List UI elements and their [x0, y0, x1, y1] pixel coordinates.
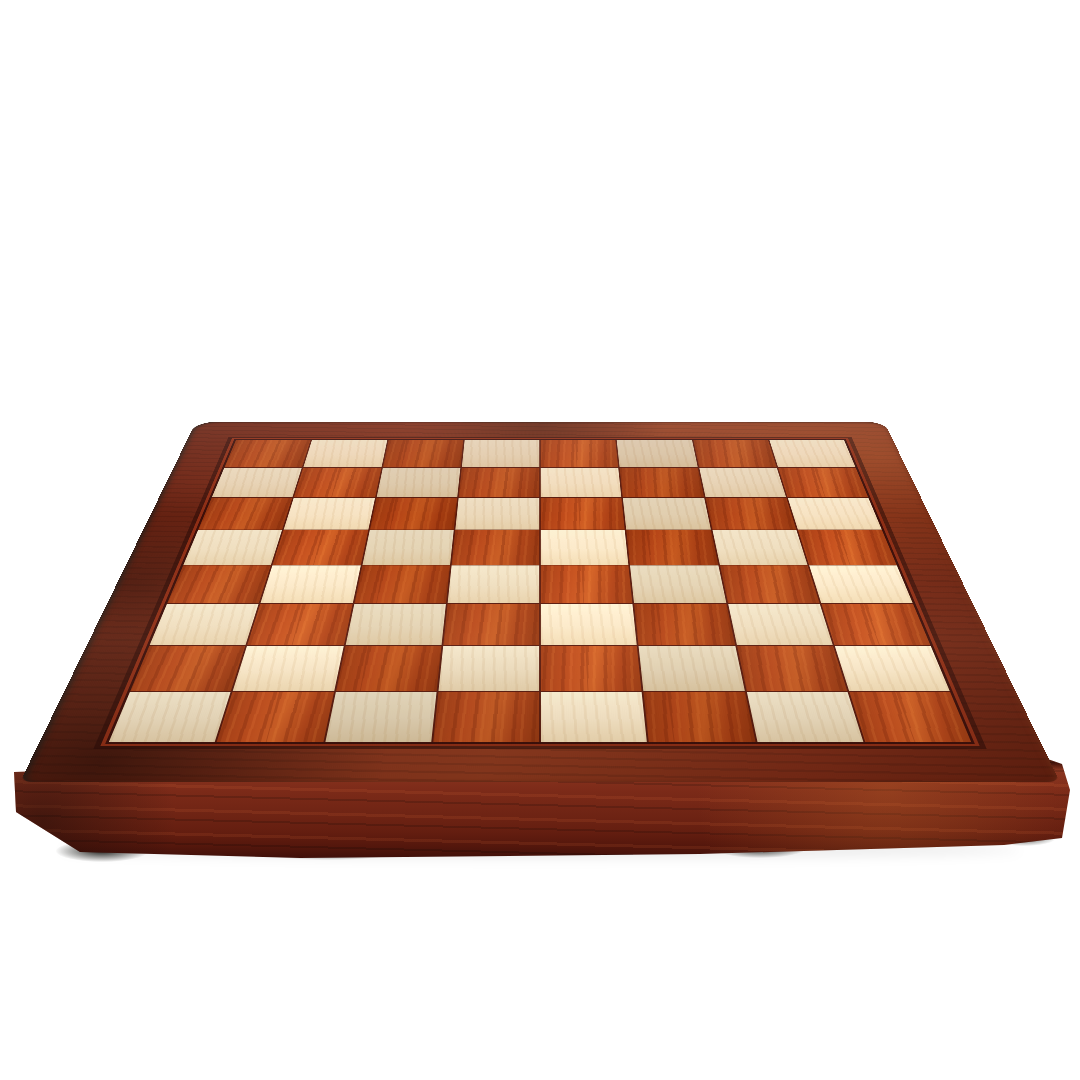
board-square [626, 530, 717, 565]
board-square [693, 440, 776, 467]
board-square [644, 692, 755, 742]
board-square [634, 604, 734, 645]
board-square [455, 498, 539, 530]
board-square [433, 692, 539, 742]
board-square [728, 604, 833, 645]
board-square [541, 530, 629, 565]
board-square [212, 468, 302, 497]
board-square [541, 498, 625, 530]
board-square [746, 692, 863, 742]
board-square [370, 498, 457, 530]
board-square [304, 440, 387, 467]
board-square [345, 604, 445, 645]
board-squares [109, 440, 972, 742]
board-square [712, 530, 807, 565]
board-square [623, 498, 710, 530]
board-square [462, 440, 540, 467]
board-square [835, 646, 950, 691]
board-square [639, 646, 745, 691]
board-square [705, 498, 796, 530]
board-square [541, 468, 622, 497]
board-square [109, 692, 231, 742]
board-square [183, 530, 282, 565]
board-square [798, 530, 897, 565]
board-square [737, 646, 847, 691]
board-square [336, 646, 442, 691]
board-square [325, 692, 436, 742]
board-square [769, 440, 855, 467]
board-square [541, 604, 637, 645]
board-square [541, 565, 633, 603]
board-square [630, 565, 726, 603]
board-square [617, 440, 698, 467]
board-square [620, 468, 704, 497]
board-square [261, 565, 361, 603]
board-square [438, 646, 539, 691]
board-square [809, 565, 913, 603]
board-square [362, 530, 453, 565]
board-square [294, 468, 381, 497]
board-square [720, 565, 820, 603]
board-square [198, 498, 292, 530]
board-square [233, 646, 343, 691]
board-square [443, 604, 539, 645]
product-photo-scene [0, 0, 1080, 1080]
chess-board [20, 422, 1060, 782]
board-square [459, 468, 540, 497]
board-square [447, 565, 539, 603]
board-square [376, 468, 460, 497]
board-square [150, 604, 259, 645]
board-square [778, 468, 868, 497]
board-square [273, 530, 368, 565]
board-square [541, 440, 619, 467]
board-square [849, 692, 971, 742]
board-square [788, 498, 882, 530]
board-square [821, 604, 930, 645]
board-square [383, 440, 464, 467]
board-square [247, 604, 352, 645]
board-square [354, 565, 450, 603]
board-square [699, 468, 786, 497]
board-square [451, 530, 539, 565]
board-square [541, 646, 642, 691]
board-square [224, 440, 310, 467]
board-square [541, 692, 647, 742]
board-square [217, 692, 334, 742]
board-square [130, 646, 245, 691]
board-square [284, 498, 375, 530]
board-square [167, 565, 271, 603]
